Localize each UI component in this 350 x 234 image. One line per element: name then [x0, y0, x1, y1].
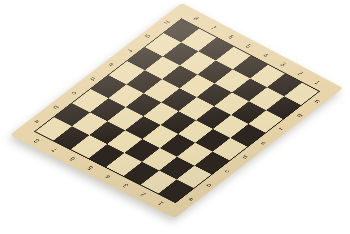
- board-photo-scene: 87654321 87654321 abcdefgh abcdefgh: [0, 0, 350, 234]
- playing-area: [34, 18, 320, 203]
- board-shadow: 87654321 87654321 abcdefgh abcdefgh: [0, 0, 350, 234]
- chess-board: 87654321 87654321 abcdefgh abcdefgh: [10, 3, 343, 218]
